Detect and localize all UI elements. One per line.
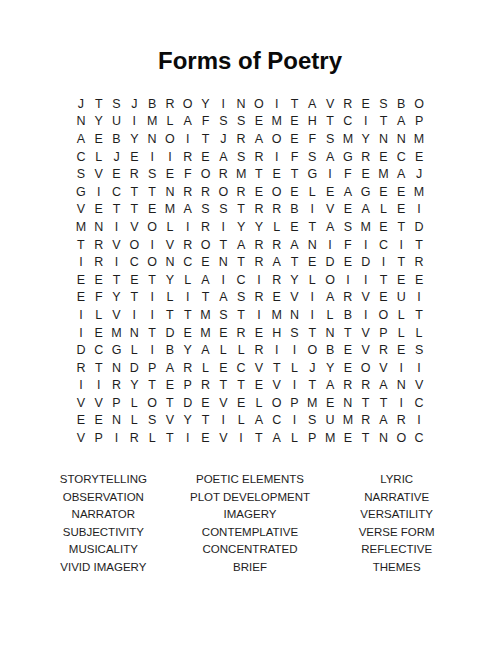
grid-cell-r7c10: T <box>232 201 250 219</box>
grid-cell-r20c5: L <box>143 429 161 447</box>
grid-cell-r8c1: M <box>72 218 90 236</box>
grid-cell-r12c7: I <box>179 289 197 307</box>
grid-cell-r9c1: T <box>72 236 90 254</box>
grid-cell-r13c6: T <box>161 306 179 324</box>
grid-cell-r3c3: B <box>108 130 126 148</box>
grid-cell-r1c9: I <box>214 95 232 113</box>
grid-cell-r14c18: P <box>375 324 393 342</box>
grid-cell-r5c6: E <box>161 165 179 183</box>
grid-cell-r11c12: R <box>268 271 286 289</box>
grid-cell-r13c1: I <box>72 306 90 324</box>
grid-cell-r16c18: V <box>375 359 393 377</box>
grid-cell-r15c3: G <box>108 341 126 359</box>
grid-cell-r20c12: A <box>268 429 286 447</box>
grid-cell-r1c7: O <box>179 95 197 113</box>
grid-cell-r6c14: L <box>303 183 321 201</box>
grid-cell-r20c19: O <box>392 429 410 447</box>
grid-cell-r2c14: H <box>303 113 321 131</box>
grid-cell-r13c9: S <box>214 306 232 324</box>
grid-cell-r5c16: F <box>339 165 357 183</box>
grid-cell-r6c1: G <box>72 183 90 201</box>
grid-cell-r11c14: L <box>303 271 321 289</box>
grid-cell-r13c17: I <box>357 306 375 324</box>
grid-cell-r1c8: Y <box>197 95 215 113</box>
word-item: LYRIC <box>323 471 470 489</box>
grid-cell-r16c10: C <box>232 359 250 377</box>
grid-cell-r8c10: Y <box>232 218 250 236</box>
grid-cell-r20c4: R <box>125 429 143 447</box>
grid-cell-r2c5: M <box>143 113 161 131</box>
grid-cell-r19c10: L <box>232 412 250 430</box>
word-item: IMAGERY <box>177 506 324 524</box>
grid-cell-r13c8: M <box>197 306 215 324</box>
grid-cell-r14c5: T <box>143 324 161 342</box>
grid-cell-r13c18: O <box>375 306 393 324</box>
grid-cell-r6c16: A <box>339 183 357 201</box>
grid-cell-r16c20: I <box>410 359 428 377</box>
grid-cell-r15c7: Y <box>179 341 197 359</box>
grid-cell-r14c3: M <box>108 324 126 342</box>
grid-cell-r1c3: S <box>108 95 126 113</box>
grid-cell-r4c18: E <box>375 148 393 166</box>
grid-cell-r3c10: R <box>232 130 250 148</box>
grid-cell-r12c12: E <box>268 289 286 307</box>
grid-cell-r17c1: I <box>72 377 90 395</box>
grid-cell-r18c19: I <box>392 394 410 412</box>
grid-cell-r18c8: E <box>197 394 215 412</box>
grid-cell-r19c1: E <box>72 412 90 430</box>
grid-cell-r15c8: A <box>197 341 215 359</box>
grid-cell-r7c18: L <box>375 201 393 219</box>
grid-cell-r1c1: J <box>72 95 90 113</box>
grid-cell-r9c16: F <box>339 236 357 254</box>
grid-cell-r15c5: I <box>143 341 161 359</box>
grid-cell-r13c5: I <box>143 306 161 324</box>
grid-cell-r20c20: C <box>410 429 428 447</box>
grid-cell-r4c15: A <box>321 148 339 166</box>
grid-cell-r1c17: E <box>357 95 375 113</box>
grid-cell-r8c6: L <box>161 218 179 236</box>
grid-cell-r10c10: T <box>232 253 250 271</box>
grid-cell-r2c6: L <box>161 113 179 131</box>
grid-cell-r3c17: Y <box>357 130 375 148</box>
grid-cell-r12c16: R <box>339 289 357 307</box>
grid-cell-r17c12: V <box>268 377 286 395</box>
grid-cell-r17c20: V <box>410 377 428 395</box>
grid-cell-r17c2: I <box>90 377 108 395</box>
grid-cell-r18c14: M <box>303 394 321 412</box>
grid-cell-r14c7: E <box>179 324 197 342</box>
grid-cell-r18c10: E <box>232 394 250 412</box>
grid-cell-r7c1: V <box>72 201 90 219</box>
grid-cell-r7c15: V <box>321 201 339 219</box>
grid-cell-r15c6: B <box>161 341 179 359</box>
grid-cell-r20c6: T <box>161 429 179 447</box>
grid-cell-r9c17: I <box>357 236 375 254</box>
grid-cell-r8c8: R <box>197 218 215 236</box>
grid-cell-r13c15: L <box>321 306 339 324</box>
grid-cell-r14c2: E <box>90 324 108 342</box>
grid-cell-r16c15: Y <box>321 359 339 377</box>
grid-cell-r14c12: H <box>268 324 286 342</box>
grid-cell-r13c20: T <box>410 306 428 324</box>
grid-cell-r2c10: S <box>232 113 250 131</box>
grid-cell-r10c16: E <box>339 253 357 271</box>
grid-cell-r11c7: L <box>179 271 197 289</box>
grid-cell-r20c18: N <box>375 429 393 447</box>
word-list-column-1: STORYTELLINGOBSERVATIONNARRATORSUBJECTIV… <box>30 471 177 577</box>
grid-cell-r18c5: O <box>143 394 161 412</box>
grid-cell-r4c19: C <box>392 148 410 166</box>
grid-cell-r19c11: A <box>250 412 268 430</box>
grid-cell-r14c20: L <box>410 324 428 342</box>
word-item: VERSE FORM <box>323 524 470 542</box>
grid-cell-r2c3: U <box>108 113 126 131</box>
grid-cell-r10c6: N <box>161 253 179 271</box>
grid-cell-r14c4: N <box>125 324 143 342</box>
grid-cell-r8c18: E <box>375 218 393 236</box>
grid-cell-r15c14: O <box>303 341 321 359</box>
grid-cell-r18c18: T <box>375 394 393 412</box>
grid-cell-r3c1: A <box>72 130 90 148</box>
word-list-column-3: LYRICNARRATIVEVERSATILITYVERSE FORMREFLE… <box>323 471 470 577</box>
grid-cell-r1c5: B <box>143 95 161 113</box>
grid-cell-r7c5: E <box>143 201 161 219</box>
grid-cell-r4c7: R <box>179 148 197 166</box>
grid-cell-r3c13: E <box>286 130 304 148</box>
grid-cell-r3c5: N <box>143 130 161 148</box>
word-list-column-2: POETIC ELEMENTSPLOT DEVELOPMENTIMAGERYCO… <box>177 471 324 577</box>
grid-cell-r20c16: E <box>339 429 357 447</box>
grid-cell-r5c20: J <box>410 165 428 183</box>
grid-cell-r10c15: D <box>321 253 339 271</box>
grid-cell-r10c20: R <box>410 253 428 271</box>
grid-cell-r8c4: V <box>125 218 143 236</box>
grid-cell-r17c10: T <box>232 377 250 395</box>
grid-cell-r20c17: T <box>357 429 375 447</box>
grid-cell-r10c19: T <box>392 253 410 271</box>
grid-cell-r10c1: I <box>72 253 90 271</box>
grid-cell-r16c17: O <box>357 359 375 377</box>
word-list: STORYTELLINGOBSERVATIONNARRATORSUBJECTIV… <box>30 471 470 577</box>
grid-cell-r20c9: V <box>214 429 232 447</box>
grid-cell-r3c12: O <box>268 130 286 148</box>
grid-cell-r14c14: T <box>303 324 321 342</box>
grid-cell-r16c9: E <box>214 359 232 377</box>
grid-cell-r17c15: A <box>321 377 339 395</box>
grid-cell-r6c3: C <box>108 183 126 201</box>
grid-cell-r8c5: O <box>143 218 161 236</box>
grid-cell-r10c17: D <box>357 253 375 271</box>
grid-cell-r8c12: L <box>268 218 286 236</box>
grid-cell-r19c14: S <box>303 412 321 430</box>
grid-cell-r5c9: R <box>214 165 232 183</box>
grid-cell-r10c11: R <box>250 253 268 271</box>
grid-cell-r15c20: S <box>410 341 428 359</box>
grid-cell-r1c12: I <box>268 95 286 113</box>
grid-cell-r10c4: C <box>125 253 143 271</box>
grid-cell-r7c8: S <box>197 201 215 219</box>
word-item: SUBJECTIVITY <box>30 524 177 542</box>
grid-cell-r5c11: T <box>250 165 268 183</box>
grid-cell-r20c14: P <box>303 429 321 447</box>
grid-cell-r8c11: Y <box>250 218 268 236</box>
grid-cell-r2c12: M <box>268 113 286 131</box>
grid-cell-r5c7: F <box>179 165 197 183</box>
grid-cell-r18c2: V <box>90 394 108 412</box>
grid-cell-r16c7: R <box>179 359 197 377</box>
grid-cell-r8c19: T <box>392 218 410 236</box>
grid-cell-r1c2: T <box>90 95 108 113</box>
grid-cell-r19c2: E <box>90 412 108 430</box>
grid-cell-r14c13: S <box>286 324 304 342</box>
grid-cell-r4c5: I <box>143 148 161 166</box>
grid-cell-r3c20: M <box>410 130 428 148</box>
grid-cell-r14c9: E <box>214 324 232 342</box>
grid-cell-r15c10: L <box>232 341 250 359</box>
grid-cell-r14c10: R <box>232 324 250 342</box>
grid-cell-r16c14: J <box>303 359 321 377</box>
grid-cell-r19c19: R <box>392 412 410 430</box>
grid-cell-r9c8: O <box>197 236 215 254</box>
grid-cell-r3c15: S <box>321 130 339 148</box>
word-item: VERSATILITY <box>323 506 470 524</box>
grid-cell-r7c14: I <box>303 201 321 219</box>
word-item: NARRATIVE <box>323 489 470 507</box>
word-item: CONTEMPLATIVE <box>177 524 324 542</box>
grid-cell-r14c15: N <box>321 324 339 342</box>
grid-cell-r11c10: C <box>232 271 250 289</box>
grid-cell-r19c17: R <box>357 412 375 430</box>
grid-cell-r13c14: I <box>303 306 321 324</box>
grid-cell-r17c3: R <box>108 377 126 395</box>
grid-cell-r20c1: V <box>72 429 90 447</box>
grid-cell-r14c19: L <box>392 324 410 342</box>
grid-cell-r9c15: I <box>321 236 339 254</box>
grid-cell-r17c9: T <box>214 377 232 395</box>
grid-cell-r5c13: T <box>286 165 304 183</box>
grid-cell-r11c17: I <box>357 271 375 289</box>
grid-cell-r17c17: R <box>357 377 375 395</box>
grid-cell-r3c8: T <box>197 130 215 148</box>
grid-cell-r7c20: I <box>410 201 428 219</box>
letter-grid: JTSJBROYINOITAVRESBONYUIMLAFSSEMEHTCITAP… <box>72 95 428 447</box>
grid-cell-r20c11: T <box>250 429 268 447</box>
grid-cell-r8c2: N <box>90 218 108 236</box>
grid-cell-r6c17: G <box>357 183 375 201</box>
word-item: NARRATOR <box>30 506 177 524</box>
grid-cell-r16c19: I <box>392 359 410 377</box>
grid-cell-r3c2: E <box>90 130 108 148</box>
grid-cell-r16c4: D <box>125 359 143 377</box>
grid-cell-r4c6: I <box>161 148 179 166</box>
grid-cell-r4c11: R <box>250 148 268 166</box>
grid-cell-r13c11: I <box>250 306 268 324</box>
grid-cell-r8c17: M <box>357 218 375 236</box>
grid-cell-r20c10: I <box>232 429 250 447</box>
grid-cell-r19c16: M <box>339 412 357 430</box>
grid-cell-r13c19: L <box>392 306 410 324</box>
grid-cell-r12c5: I <box>143 289 161 307</box>
grid-cell-r9c7: R <box>179 236 197 254</box>
grid-cell-r7c3: T <box>108 201 126 219</box>
grid-cell-r4c4: E <box>125 148 143 166</box>
grid-cell-r1c4: J <box>125 95 143 113</box>
grid-cell-r6c15: E <box>321 183 339 201</box>
grid-cell-r5c2: V <box>90 165 108 183</box>
grid-cell-r2c1: N <box>72 113 90 131</box>
grid-cell-r6c2: I <box>90 183 108 201</box>
grid-cell-r12c9: A <box>214 289 232 307</box>
grid-cell-r11c5: T <box>143 271 161 289</box>
grid-cell-r12c8: T <box>197 289 215 307</box>
grid-cell-r10c7: C <box>179 253 197 271</box>
grid-cell-r9c4: O <box>125 236 143 254</box>
grid-cell-r9c20: T <box>410 236 428 254</box>
grid-cell-r6c12: O <box>268 183 286 201</box>
grid-cell-r10c9: N <box>214 253 232 271</box>
grid-cell-r11c4: E <box>125 271 143 289</box>
grid-cell-r19c20: I <box>410 412 428 430</box>
grid-cell-r11c15: O <box>321 271 339 289</box>
grid-cell-r7c16: E <box>339 201 357 219</box>
grid-cell-r3c6: O <box>161 130 179 148</box>
grid-cell-r17c8: R <box>197 377 215 395</box>
grid-cell-r1c6: R <box>161 95 179 113</box>
grid-cell-r1c10: N <box>232 95 250 113</box>
grid-cell-r9c6: V <box>161 236 179 254</box>
grid-cell-r17c14: T <box>303 377 321 395</box>
grid-cell-r9c18: C <box>375 236 393 254</box>
grid-cell-r3c7: I <box>179 130 197 148</box>
grid-cell-r17c18: A <box>375 377 393 395</box>
grid-cell-r9c12: R <box>268 236 286 254</box>
grid-cell-r16c1: R <box>72 359 90 377</box>
grid-cell-r4c20: E <box>410 148 428 166</box>
grid-cell-r10c3: I <box>108 253 126 271</box>
grid-cell-r4c3: J <box>108 148 126 166</box>
grid-cell-r7c9: S <box>214 201 232 219</box>
grid-cell-r4c1: C <box>72 148 90 166</box>
grid-cell-r17c13: I <box>286 377 304 395</box>
grid-cell-r13c4: I <box>125 306 143 324</box>
grid-cell-r5c8: O <box>197 165 215 183</box>
grid-cell-r6c13: E <box>286 183 304 201</box>
grid-cell-r15c1: D <box>72 341 90 359</box>
grid-cell-r10c8: E <box>197 253 215 271</box>
grid-cell-r8c7: I <box>179 218 197 236</box>
grid-cell-r3c19: N <box>392 130 410 148</box>
grid-cell-r10c5: O <box>143 253 161 271</box>
grid-cell-r3c14: F <box>303 130 321 148</box>
grid-cell-r11c11: I <box>250 271 268 289</box>
grid-cell-r5c17: E <box>357 165 375 183</box>
grid-cell-r6c20: M <box>410 183 428 201</box>
grid-cell-r15c19: E <box>392 341 410 359</box>
grid-cell-r11c20: E <box>410 271 428 289</box>
grid-cell-r14c17: V <box>357 324 375 342</box>
grid-cell-r7c2: E <box>90 201 108 219</box>
grid-cell-r8c20: D <box>410 218 428 236</box>
grid-cell-r6c18: E <box>375 183 393 201</box>
grid-cell-r8c14: T <box>303 218 321 236</box>
grid-cell-r19c13: I <box>286 412 304 430</box>
grid-cell-r12c6: L <box>161 289 179 307</box>
grid-cell-r11c6: Y <box>161 271 179 289</box>
grid-cell-r12c19: U <box>392 289 410 307</box>
grid-cell-r9c14: N <box>303 236 321 254</box>
grid-cell-r18c1: V <box>72 394 90 412</box>
grid-cell-r14c11: E <box>250 324 268 342</box>
grid-cell-r2c11: E <box>250 113 268 131</box>
puzzle-title: Forms of Poetry <box>0 47 500 75</box>
grid-cell-r20c13: L <box>286 429 304 447</box>
grid-cell-r19c3: N <box>108 412 126 430</box>
grid-cell-r13c7: T <box>179 306 197 324</box>
grid-cell-r17c4: Y <box>125 377 143 395</box>
grid-cell-r12c17: V <box>357 289 375 307</box>
grid-cell-r12c14: I <box>303 289 321 307</box>
grid-cell-r1c16: R <box>339 95 357 113</box>
grid-cell-r4c13: F <box>286 148 304 166</box>
grid-cell-r1c14: A <box>303 95 321 113</box>
grid-cell-r9c10: A <box>232 236 250 254</box>
grid-cell-r2c20: P <box>410 113 428 131</box>
grid-cell-r17c16: R <box>339 377 357 395</box>
grid-cell-r16c8: L <box>197 359 215 377</box>
grid-cell-r18c7: D <box>179 394 197 412</box>
grid-cell-r17c7: P <box>179 377 197 395</box>
grid-cell-r1c11: O <box>250 95 268 113</box>
grid-cell-r12c1: E <box>72 289 90 307</box>
grid-cell-r12c2: F <box>90 289 108 307</box>
grid-cell-r11c2: E <box>90 271 108 289</box>
grid-cell-r12c15: A <box>321 289 339 307</box>
grid-cell-r15c13: I <box>286 341 304 359</box>
grid-cell-r18c4: L <box>125 394 143 412</box>
grid-cell-r5c12: E <box>268 165 286 183</box>
grid-cell-r7c7: A <box>179 201 197 219</box>
grid-cell-r6c19: E <box>392 183 410 201</box>
grid-cell-r11c19: E <box>392 271 410 289</box>
grid-cell-r2c13: E <box>286 113 304 131</box>
grid-cell-r19c12: C <box>268 412 286 430</box>
grid-cell-r1c13: T <box>286 95 304 113</box>
grid-cell-r5c15: I <box>321 165 339 183</box>
grid-cell-r9c5: I <box>143 236 161 254</box>
grid-cell-r14c8: M <box>197 324 215 342</box>
word-item: PLOT DEVELOPMENT <box>177 489 324 507</box>
grid-cell-r19c7: Y <box>179 412 197 430</box>
grid-cell-r7c13: B <box>286 201 304 219</box>
grid-cell-r19c9: I <box>214 412 232 430</box>
grid-cell-r20c3: I <box>108 429 126 447</box>
grid-cell-r9c2: R <box>90 236 108 254</box>
grid-cell-r8c9: I <box>214 218 232 236</box>
word-item: POETIC ELEMENTS <box>177 471 324 489</box>
grid-cell-r2c18: T <box>375 113 393 131</box>
grid-cell-r4c10: S <box>232 148 250 166</box>
grid-cell-r17c11: E <box>250 377 268 395</box>
grid-cell-r10c2: R <box>90 253 108 271</box>
grid-cell-r15c15: B <box>321 341 339 359</box>
word-search-page: Forms of Poetry JTSJBROYINOITAVRESBONYUI… <box>0 0 500 647</box>
word-item: MUSICALITY <box>30 541 177 559</box>
grid-cell-r18c16: N <box>339 394 357 412</box>
grid-cell-r11c13: Y <box>286 271 304 289</box>
grid-cell-r2c9: S <box>214 113 232 131</box>
grid-cell-r17c19: N <box>392 377 410 395</box>
